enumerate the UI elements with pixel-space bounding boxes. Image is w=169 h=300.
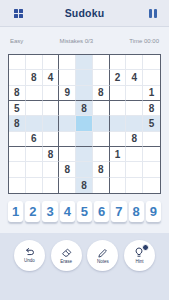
cell-r8c4[interactable]: 8 [59,162,76,177]
status-bar: Easy Mistakes 0/3 Time 00:00 [10,38,159,44]
cell-r9c6[interactable] [93,178,110,193]
cell-r2c7[interactable]: 2 [110,70,127,85]
cell-r5c5[interactable] [76,116,93,131]
cell-r2c1[interactable] [9,70,26,85]
cell-r6c9[interactable] [143,132,160,147]
cell-r3c2[interactable] [26,86,43,101]
sudoku-grid: 84248981588856881888 [8,54,161,194]
pause-bar [149,9,152,18]
cell-r5c3[interactable] [43,116,60,131]
cell-r8c2[interactable] [26,162,43,177]
pause-bar [154,9,157,18]
cell-r3c9[interactable]: 1 [143,86,160,101]
toolbar: Undo Erase Notes [14,240,155,271]
cell-r4c1[interactable]: 5 [9,101,26,116]
app-title: Sudoku [0,0,169,26]
cell-r7c1[interactable] [9,147,26,162]
cell-r6c8[interactable]: 8 [126,132,143,147]
cell-r2c3[interactable]: 4 [43,70,60,85]
eraser-icon [61,248,72,258]
cell-r6c7[interactable] [110,132,127,147]
cell-r6c5[interactable] [76,132,93,147]
notes-button[interactable]: Notes [87,240,118,271]
mistakes-label: Mistakes 0/3 [59,38,93,44]
cell-r1c7[interactable] [110,55,127,70]
cell-r6c2[interactable]: 6 [26,132,43,147]
cell-r2c2[interactable]: 8 [26,70,43,85]
numpad-5[interactable]: 5 [77,201,92,222]
cell-r5c2[interactable] [26,116,43,131]
numpad-3[interactable]: 3 [42,201,57,222]
cell-r4c4[interactable] [59,101,76,116]
cell-r1c5[interactable] [76,55,93,70]
cell-r7c5[interactable] [76,147,93,162]
notes-label: Notes [97,259,109,264]
cell-r5c9[interactable]: 5 [143,116,160,131]
timer-label: Time 00:00 [129,38,159,44]
numpad-9[interactable]: 9 [146,201,161,222]
cell-r8c3[interactable] [43,162,60,177]
cell-r1c1[interactable] [9,55,26,70]
numpad-4[interactable]: 4 [60,201,75,222]
cell-r6c6[interactable] [93,132,110,147]
erase-label: Erase [60,259,72,264]
cell-r2c5[interactable] [76,70,93,85]
cell-r8c7[interactable] [110,162,127,177]
cell-r3c6[interactable]: 8 [93,86,110,101]
undo-label: Undo [24,258,35,263]
pencil-icon [97,248,108,258]
cell-r4c2[interactable] [26,101,43,116]
hint-label: Hint [135,259,143,264]
cell-r7c2[interactable] [26,147,43,162]
cell-r1c3[interactable] [43,55,60,70]
cell-r6c4[interactable] [59,132,76,147]
difficulty-label: Easy [10,38,23,44]
cell-r9c1[interactable] [9,178,26,193]
cell-r7c4[interactable] [59,147,76,162]
cell-r9c4[interactable] [59,178,76,193]
cell-r7c6[interactable] [93,147,110,162]
undo-arrow-icon [24,248,35,257]
cell-r1c2[interactable] [26,55,43,70]
cell-r5c4[interactable] [59,116,76,131]
footer-section: Undo Erase Notes [0,233,169,300]
cell-r8c1[interactable] [9,162,26,177]
numpad-6[interactable]: 6 [94,201,109,222]
cell-r4c7[interactable] [110,101,127,116]
cell-r9c5[interactable]: 8 [76,178,93,193]
cell-r4c8[interactable] [126,101,143,116]
cell-r9c7[interactable] [110,178,127,193]
cell-r8c5[interactable] [76,162,93,177]
erase-button[interactable]: Erase [51,240,82,271]
numpad-8[interactable]: 8 [129,201,144,222]
cell-r9c2[interactable] [26,178,43,193]
cell-r9c3[interactable] [43,178,60,193]
numpad-7[interactable]: 7 [111,201,126,222]
cell-r8c8[interactable] [126,162,143,177]
hint-badge [142,244,149,251]
numpad-1[interactable]: 1 [8,201,23,222]
undo-button[interactable]: Undo [14,240,45,271]
cell-r3c5[interactable] [76,86,93,101]
cell-r9c8[interactable] [126,178,143,193]
cell-r2c4[interactable] [59,70,76,85]
cell-r5c6[interactable] [93,116,110,131]
cell-r7c7[interactable]: 1 [110,147,127,162]
cell-r6c3[interactable] [43,132,60,147]
cell-r2c8[interactable]: 4 [126,70,143,85]
cell-r3c7[interactable] [110,86,127,101]
pause-icon[interactable] [149,9,157,18]
cell-r3c3[interactable] [43,86,60,101]
cell-r9c9[interactable] [143,178,160,193]
cell-r3c4[interactable]: 9 [59,86,76,101]
cell-r2c9[interactable] [143,70,160,85]
cell-r1c8[interactable] [126,55,143,70]
cell-r8c6[interactable]: 8 [93,162,110,177]
cell-r8c9[interactable] [143,162,160,177]
cell-r7c8[interactable] [126,147,143,162]
cell-r7c9[interactable] [143,147,160,162]
cell-r5c1[interactable]: 8 [9,116,26,131]
cell-r4c3[interactable] [43,101,60,116]
number-pad: 1 2 3 4 5 6 7 8 9 [8,201,161,222]
cell-r3c1[interactable]: 8 [9,86,26,101]
cell-r7c3[interactable]: 8 [43,147,60,162]
hint-button[interactable]: Hint [124,240,155,271]
cell-r4c9[interactable]: 8 [143,101,160,116]
cell-r3c8[interactable] [126,86,143,101]
header-bar: Sudoku [0,0,169,26]
cell-r2c6[interactable] [93,70,110,85]
cell-r4c6[interactable] [93,101,110,116]
cell-r1c9[interactable] [143,55,160,70]
cell-r5c8[interactable] [126,116,143,131]
cell-r4c5[interactable]: 8 [76,101,93,116]
cell-r6c1[interactable] [9,132,26,147]
numpad-2[interactable]: 2 [25,201,40,222]
cell-r5c7[interactable] [110,116,127,131]
cell-r1c4[interactable] [59,55,76,70]
cell-r1c6[interactable] [93,55,110,70]
